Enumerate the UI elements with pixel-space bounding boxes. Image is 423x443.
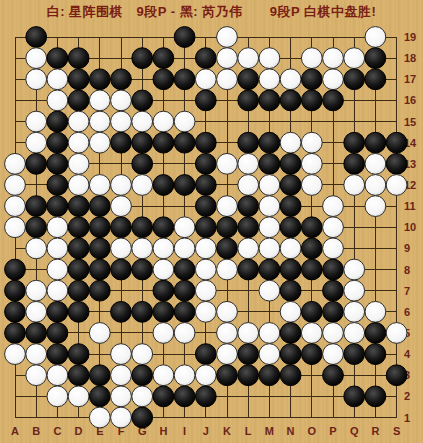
stone-white — [280, 238, 301, 259]
stone-black — [365, 69, 386, 90]
stone-white — [301, 132, 322, 153]
stone-black — [386, 132, 407, 153]
row-label: 19 — [404, 31, 416, 43]
stone-white — [174, 238, 195, 259]
stone-black — [153, 132, 174, 153]
stone-black — [68, 69, 89, 90]
stone-white — [386, 175, 407, 196]
stone-black — [344, 386, 365, 407]
stone-white — [238, 238, 259, 259]
stone-black — [365, 344, 386, 365]
stone-white — [89, 175, 110, 196]
stone-black — [89, 386, 110, 407]
stone-white — [365, 301, 386, 322]
stone-white — [47, 259, 68, 280]
stone-white — [68, 132, 89, 153]
col-label: C — [53, 425, 61, 437]
stone-black — [132, 153, 153, 174]
stone-black — [132, 365, 153, 386]
stone-black — [301, 259, 322, 280]
stone-black — [238, 90, 259, 111]
stone-white — [259, 48, 280, 69]
stone-black — [47, 344, 68, 365]
stone-black — [68, 301, 89, 322]
stone-white — [344, 175, 365, 196]
stone-black — [238, 69, 259, 90]
stone-black — [68, 238, 89, 259]
stone-white — [26, 111, 47, 132]
stone-white — [323, 217, 344, 238]
stone-black — [280, 175, 301, 196]
stone-white — [217, 344, 238, 365]
stone-white — [47, 217, 68, 238]
stone-white — [301, 153, 322, 174]
stone-white — [26, 344, 47, 365]
stone-white — [259, 217, 280, 238]
stone-black — [238, 132, 259, 153]
row-label: 8 — [404, 264, 410, 276]
stone-black — [89, 69, 110, 90]
stone-black — [365, 386, 386, 407]
stone-black — [238, 217, 259, 238]
stone-black — [26, 217, 47, 238]
stone-white — [238, 323, 259, 344]
stone-white — [195, 280, 216, 301]
stone-black — [47, 132, 68, 153]
col-label: H — [159, 425, 167, 437]
stone-white — [280, 301, 301, 322]
stone-black — [344, 69, 365, 90]
stone-black — [47, 323, 68, 344]
stone-white — [153, 259, 174, 280]
stone-black — [280, 153, 301, 174]
col-label: B — [32, 425, 40, 437]
col-label: M — [265, 425, 274, 437]
stone-black — [47, 153, 68, 174]
stone-black — [365, 323, 386, 344]
stone-white — [323, 238, 344, 259]
stone-black — [26, 196, 47, 217]
stone-black — [174, 27, 195, 48]
col-label: I — [183, 425, 186, 437]
stone-white — [47, 90, 68, 111]
col-label: L — [245, 425, 252, 437]
stone-white — [174, 111, 195, 132]
stone-white — [132, 344, 153, 365]
stone-black — [153, 386, 174, 407]
stone-white — [238, 175, 259, 196]
stone-white — [259, 280, 280, 301]
stone-black — [259, 259, 280, 280]
stone-black — [47, 48, 68, 69]
stone-black — [386, 153, 407, 174]
stone-black — [280, 196, 301, 217]
stone-black — [217, 365, 238, 386]
stone-white — [238, 48, 259, 69]
stone-black — [280, 280, 301, 301]
stone-black — [259, 132, 280, 153]
stone-white — [5, 196, 26, 217]
row-label: 11 — [404, 200, 416, 212]
stone-white — [259, 196, 280, 217]
stone-white — [89, 323, 110, 344]
stone-white — [280, 69, 301, 90]
stone-white — [153, 365, 174, 386]
stone-black — [195, 90, 216, 111]
stone-white — [68, 111, 89, 132]
stone-white — [195, 259, 216, 280]
stone-white — [47, 238, 68, 259]
col-label: S — [393, 425, 400, 437]
col-label: D — [75, 425, 83, 437]
stone-black — [174, 301, 195, 322]
stone-black — [195, 217, 216, 238]
stone-black — [174, 386, 195, 407]
stone-black — [132, 301, 153, 322]
stone-black — [47, 196, 68, 217]
stone-white — [323, 323, 344, 344]
stone-white — [47, 365, 68, 386]
stone-white — [217, 259, 238, 280]
stone-black — [5, 280, 26, 301]
stone-black — [26, 323, 47, 344]
stone-black — [132, 407, 153, 428]
stone-black — [132, 132, 153, 153]
stone-black — [26, 27, 47, 48]
stone-black — [259, 365, 280, 386]
stone-white — [5, 217, 26, 238]
stone-black — [47, 301, 68, 322]
stone-black — [89, 196, 110, 217]
stone-black — [365, 48, 386, 69]
stone-black — [68, 259, 89, 280]
stone-white — [323, 48, 344, 69]
stone-white — [195, 238, 216, 259]
row-label: 18 — [404, 52, 416, 64]
stone-white — [111, 386, 132, 407]
stone-black — [174, 69, 195, 90]
stone-black — [323, 301, 344, 322]
stone-white — [111, 196, 132, 217]
stone-white — [111, 365, 132, 386]
stone-black — [89, 217, 110, 238]
stone-black — [344, 153, 365, 174]
stone-black — [301, 217, 322, 238]
stone-black — [323, 365, 344, 386]
stone-white — [259, 175, 280, 196]
stone-black — [5, 301, 26, 322]
stone-black — [195, 153, 216, 174]
col-label: K — [223, 425, 231, 437]
stone-black — [47, 111, 68, 132]
stone-white — [344, 323, 365, 344]
stone-black — [280, 344, 301, 365]
stone-white — [26, 301, 47, 322]
stone-black — [68, 344, 89, 365]
stone-white — [111, 238, 132, 259]
stone-black — [259, 153, 280, 174]
row-label: 4 — [404, 348, 411, 360]
stone-white — [174, 217, 195, 238]
stone-black — [386, 365, 407, 386]
stone-white — [217, 323, 238, 344]
stone-white — [280, 132, 301, 153]
stone-white — [259, 344, 280, 365]
stone-white — [344, 259, 365, 280]
stone-white — [323, 196, 344, 217]
stone-white — [195, 69, 216, 90]
stone-white — [26, 238, 47, 259]
stone-black — [280, 259, 301, 280]
stone-white — [217, 196, 238, 217]
stone-white — [195, 365, 216, 386]
stone-black — [217, 217, 238, 238]
col-label: O — [308, 425, 317, 437]
stone-black — [238, 196, 259, 217]
stone-black — [68, 48, 89, 69]
stone-white — [217, 27, 238, 48]
stone-white — [153, 111, 174, 132]
stone-white — [174, 323, 195, 344]
stone-white — [89, 111, 110, 132]
stone-black — [68, 365, 89, 386]
stone-black — [111, 259, 132, 280]
stone-black — [5, 259, 26, 280]
golaxy-game-screen: 白: 星阵围棋 9段P - 黑: 芮乃伟 9段P 白棋中盘胜! ABCDEFGH… — [0, 0, 423, 443]
stone-black — [68, 217, 89, 238]
stone-white — [26, 69, 47, 90]
stone-white — [153, 238, 174, 259]
stone-white — [195, 301, 216, 322]
col-label: A — [11, 425, 19, 437]
row-label: 10 — [404, 221, 416, 233]
stone-white — [47, 69, 68, 90]
stone-black — [280, 217, 301, 238]
row-label: 2 — [404, 390, 410, 402]
col-label: N — [287, 425, 295, 437]
stone-black — [323, 90, 344, 111]
stone-black — [5, 323, 26, 344]
stone-black — [89, 280, 110, 301]
col-label: R — [371, 425, 379, 437]
stone-black — [111, 301, 132, 322]
stone-white — [111, 175, 132, 196]
stone-black — [68, 90, 89, 111]
row-label: 6 — [404, 306, 410, 318]
stone-black — [174, 132, 195, 153]
stone-black — [132, 259, 153, 280]
stone-white — [365, 196, 386, 217]
stone-black — [217, 238, 238, 259]
stone-white — [153, 323, 174, 344]
stone-black — [153, 217, 174, 238]
stone-white — [238, 153, 259, 174]
col-label: Q — [350, 425, 359, 437]
stone-black — [323, 259, 344, 280]
stone-black — [301, 90, 322, 111]
stone-white — [68, 153, 89, 174]
stone-white — [365, 153, 386, 174]
stone-black — [195, 175, 216, 196]
stone-white — [259, 323, 280, 344]
stone-white — [365, 27, 386, 48]
stone-black — [26, 153, 47, 174]
stone-black — [111, 69, 132, 90]
stone-white — [301, 323, 322, 344]
stone-black — [174, 259, 195, 280]
stone-white — [5, 344, 26, 365]
stone-black — [68, 280, 89, 301]
stone-white — [26, 280, 47, 301]
stone-white — [132, 175, 153, 196]
stone-white — [365, 175, 386, 196]
stone-white — [323, 344, 344, 365]
row-label: 1 — [404, 412, 410, 424]
stone-black — [301, 69, 322, 90]
stone-black — [153, 301, 174, 322]
stone-white — [344, 48, 365, 69]
stone-black — [280, 323, 301, 344]
stone-black — [89, 259, 110, 280]
stone-black — [238, 344, 259, 365]
stone-black — [238, 259, 259, 280]
stone-white — [89, 407, 110, 428]
stone-black — [259, 90, 280, 111]
stone-white — [344, 301, 365, 322]
row-label: 17 — [404, 73, 416, 85]
stone-black — [153, 280, 174, 301]
stone-black — [301, 238, 322, 259]
stone-black — [89, 365, 110, 386]
stone-white — [259, 69, 280, 90]
stone-black — [132, 90, 153, 111]
stone-black — [111, 217, 132, 238]
stone-black — [132, 217, 153, 238]
stone-black — [280, 90, 301, 111]
stone-white — [5, 153, 26, 174]
stone-white — [68, 386, 89, 407]
stone-white — [386, 323, 407, 344]
stone-white — [132, 111, 153, 132]
stone-black — [344, 132, 365, 153]
stone-black — [301, 301, 322, 322]
stone-black — [365, 132, 386, 153]
stone-black — [174, 175, 195, 196]
stone-white — [217, 48, 238, 69]
stone-black — [238, 365, 259, 386]
stone-black — [47, 175, 68, 196]
stone-black — [195, 344, 216, 365]
stone-white — [111, 90, 132, 111]
row-label: 15 — [404, 116, 416, 128]
stone-white — [89, 132, 110, 153]
stone-black — [153, 69, 174, 90]
stone-black — [111, 132, 132, 153]
stone-white — [111, 344, 132, 365]
stone-white — [344, 280, 365, 301]
stone-black — [195, 132, 216, 153]
stone-white — [26, 48, 47, 69]
stone-black — [301, 344, 322, 365]
stone-black — [174, 280, 195, 301]
stone-white — [217, 153, 238, 174]
row-label: 7 — [404, 285, 410, 297]
stone-black — [68, 196, 89, 217]
stone-black — [153, 175, 174, 196]
stone-white — [68, 175, 89, 196]
stone-white — [5, 175, 26, 196]
stone-white — [89, 90, 110, 111]
stone-black — [195, 48, 216, 69]
stone-black — [280, 365, 301, 386]
stone-black — [89, 238, 110, 259]
stone-white — [174, 365, 195, 386]
stone-black — [195, 196, 216, 217]
stone-white — [47, 386, 68, 407]
row-label: 16 — [404, 94, 416, 106]
stone-white — [132, 238, 153, 259]
col-label: P — [329, 425, 336, 437]
stone-white — [26, 365, 47, 386]
col-label: J — [203, 425, 209, 437]
stone-white — [26, 132, 47, 153]
stone-white — [217, 69, 238, 90]
stone-white — [301, 175, 322, 196]
stone-white — [111, 407, 132, 428]
stone-black — [153, 48, 174, 69]
stone-white — [47, 280, 68, 301]
stone-white — [301, 48, 322, 69]
stone-black — [323, 280, 344, 301]
go-board[interactable]: ABCDEFGHIJKLMNOPQRS191817161514131211109… — [0, 0, 423, 443]
stone-black — [195, 386, 216, 407]
stone-black — [344, 344, 365, 365]
stone-white — [217, 301, 238, 322]
row-label: 9 — [404, 242, 410, 254]
stone-white — [323, 69, 344, 90]
stone-white — [132, 386, 153, 407]
stone-white — [259, 238, 280, 259]
stone-white — [111, 111, 132, 132]
stone-black — [132, 48, 153, 69]
